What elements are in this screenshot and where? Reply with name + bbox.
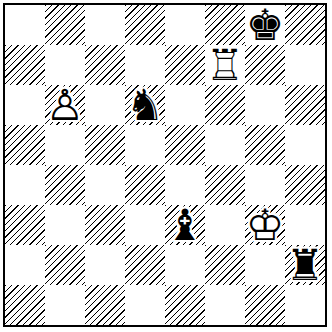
piece-white-king: ♔ — [245, 205, 285, 245]
square-h7[interactable] — [285, 45, 325, 85]
square-e8[interactable] — [165, 5, 205, 45]
square-e7[interactable] — [165, 45, 205, 85]
square-g1[interactable] — [245, 285, 285, 325]
square-b1[interactable] — [45, 285, 85, 325]
square-a7[interactable] — [5, 45, 45, 85]
square-f4[interactable] — [205, 165, 245, 205]
piece-black-rook: ♜ — [285, 245, 325, 285]
square-c2[interactable] — [85, 245, 125, 285]
square-b3[interactable] — [45, 205, 85, 245]
square-g4[interactable] — [245, 165, 285, 205]
square-g5[interactable] — [245, 125, 285, 165]
square-g8[interactable]: ♚ — [245, 5, 285, 45]
piece-white-king-fill: ♚ — [245, 205, 285, 245]
square-h8[interactable] — [285, 5, 325, 45]
square-g3[interactable]: ♚♔ — [245, 205, 285, 245]
square-h6[interactable] — [285, 85, 325, 125]
square-d5[interactable] — [125, 125, 165, 165]
square-a5[interactable] — [5, 125, 45, 165]
square-e1[interactable] — [165, 285, 205, 325]
square-c5[interactable] — [85, 125, 125, 165]
square-f7[interactable]: ♜♖ — [205, 45, 245, 85]
square-a2[interactable] — [5, 245, 45, 285]
chess-diagram-frame: ♚♜♖♟♙♞♝♚♔♜ — [3, 3, 327, 327]
square-f1[interactable] — [205, 285, 245, 325]
square-d6[interactable]: ♞ — [125, 85, 165, 125]
square-f3[interactable] — [205, 205, 245, 245]
square-c8[interactable] — [85, 5, 125, 45]
square-a4[interactable] — [5, 165, 45, 205]
square-e6[interactable] — [165, 85, 205, 125]
square-h2[interactable]: ♜ — [285, 245, 325, 285]
square-d7[interactable] — [125, 45, 165, 85]
piece-white-rook-fill: ♜ — [205, 45, 245, 85]
square-e4[interactable] — [165, 165, 205, 205]
square-c6[interactable] — [85, 85, 125, 125]
square-h3[interactable] — [285, 205, 325, 245]
square-b2[interactable] — [45, 245, 85, 285]
square-e3[interactable]: ♝ — [165, 205, 205, 245]
square-f5[interactable] — [205, 125, 245, 165]
piece-white-pawn-fill: ♟ — [45, 85, 85, 125]
square-a3[interactable] — [5, 205, 45, 245]
square-b6[interactable]: ♟♙ — [45, 85, 85, 125]
square-c3[interactable] — [85, 205, 125, 245]
square-b4[interactable] — [45, 165, 85, 205]
square-c4[interactable] — [85, 165, 125, 205]
square-f6[interactable] — [205, 85, 245, 125]
square-b7[interactable] — [45, 45, 85, 85]
square-b5[interactable] — [45, 125, 85, 165]
square-d8[interactable] — [125, 5, 165, 45]
square-e2[interactable] — [165, 245, 205, 285]
square-d4[interactable] — [125, 165, 165, 205]
square-g6[interactable] — [245, 85, 285, 125]
piece-black-knight: ♞ — [125, 85, 165, 125]
square-b8[interactable] — [45, 5, 85, 45]
square-h4[interactable] — [285, 165, 325, 205]
square-g7[interactable] — [245, 45, 285, 85]
square-c7[interactable] — [85, 45, 125, 85]
chess-board: ♚♜♖♟♙♞♝♚♔♜ — [5, 5, 325, 325]
square-f2[interactable] — [205, 245, 245, 285]
square-a6[interactable] — [5, 85, 45, 125]
square-h5[interactable] — [285, 125, 325, 165]
square-d3[interactable] — [125, 205, 165, 245]
square-d2[interactable] — [125, 245, 165, 285]
square-c1[interactable] — [85, 285, 125, 325]
piece-white-rook: ♖ — [205, 45, 245, 85]
piece-white-pawn: ♙ — [45, 85, 85, 125]
square-h1[interactable] — [285, 285, 325, 325]
square-a8[interactable] — [5, 5, 45, 45]
square-g2[interactable] — [245, 245, 285, 285]
square-d1[interactable] — [125, 285, 165, 325]
piece-black-king: ♚ — [245, 5, 285, 45]
square-e5[interactable] — [165, 125, 205, 165]
square-f8[interactable] — [205, 5, 245, 45]
square-a1[interactable] — [5, 285, 45, 325]
piece-black-bishop: ♝ — [165, 205, 205, 245]
